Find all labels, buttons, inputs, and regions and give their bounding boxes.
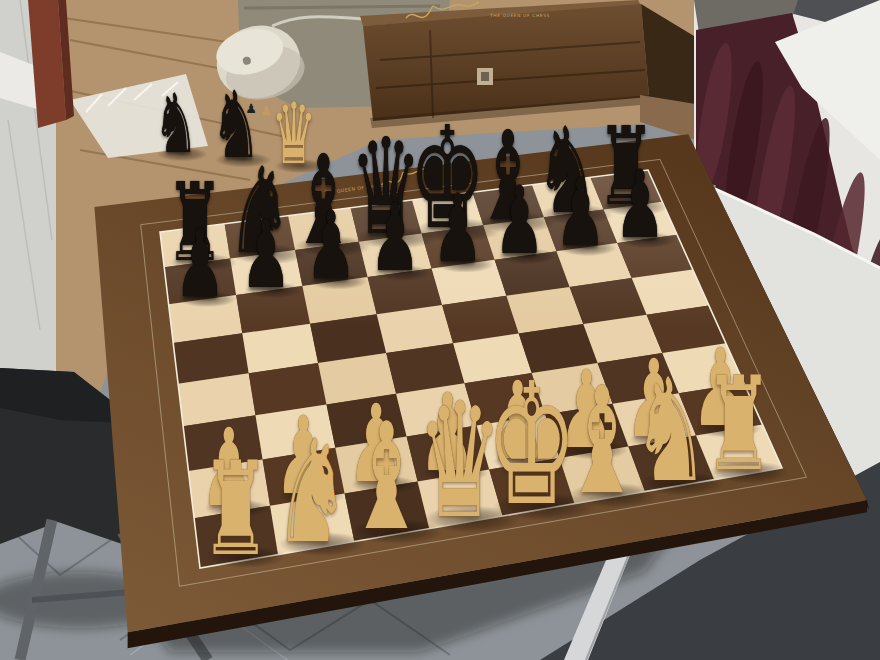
scene-svg: THE QUEEN OF CHESS [0,0,880,660]
box-label: THE QUEEN OF CHESS [489,13,550,18]
box-clasp-keep [481,72,489,81]
scene: THE QUEEN OF CHESS [0,0,880,660]
